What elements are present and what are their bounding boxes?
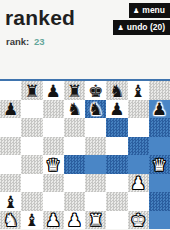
square-a4[interactable] bbox=[0, 155, 21, 174]
piece-white-p-g3[interactable]: ♟ bbox=[128, 174, 149, 193]
square-g7[interactable] bbox=[128, 100, 149, 119]
square-a5[interactable] bbox=[0, 137, 21, 156]
piece-white-k-g1[interactable]: ♚ bbox=[128, 211, 149, 230]
square-e2[interactable] bbox=[85, 192, 106, 211]
square-c8[interactable]: ♟ bbox=[43, 81, 64, 100]
undo-button[interactable]: ♟ undo (20) bbox=[113, 20, 170, 35]
undo-button-label: undo (20) bbox=[127, 23, 165, 32]
square-c5[interactable] bbox=[43, 137, 64, 156]
pawn-icon: ♟ bbox=[133, 7, 139, 14]
square-g6[interactable] bbox=[128, 118, 149, 137]
pawn-icon: ♟ bbox=[117, 24, 123, 31]
piece-black-r-b8[interactable]: ♜ bbox=[21, 82, 42, 101]
square-d3[interactable] bbox=[64, 174, 85, 193]
rank-label: rank: bbox=[6, 36, 29, 47]
square-g2[interactable] bbox=[128, 192, 149, 211]
piece-white-q-h4[interactable]: ♛ bbox=[149, 156, 170, 175]
square-a3[interactable] bbox=[0, 174, 21, 193]
square-a1[interactable]: ♞ bbox=[0, 211, 21, 230]
square-f7[interactable]: ♟ bbox=[106, 100, 127, 119]
square-b4[interactable] bbox=[21, 155, 42, 174]
square-c2[interactable] bbox=[43, 192, 64, 211]
chess-board: ♜♟♜♚♞♝♟♞♞♟♟♛♛♟♝♞♝♟♟♜♚ bbox=[0, 81, 170, 229]
square-b8[interactable]: ♜ bbox=[21, 81, 42, 100]
piece-black-p-c8[interactable]: ♟ bbox=[43, 82, 64, 101]
square-f6[interactable] bbox=[106, 118, 127, 137]
square-h7[interactable]: ♟ bbox=[149, 100, 170, 119]
rank-value: 23 bbox=[34, 36, 45, 47]
square-h1[interactable] bbox=[149, 211, 170, 230]
menu-button-label: menu bbox=[142, 6, 165, 15]
square-f8[interactable]: ♞ bbox=[106, 81, 127, 100]
square-c3[interactable] bbox=[43, 174, 64, 193]
square-c4[interactable]: ♛ bbox=[43, 155, 64, 174]
piece-black-p-h7[interactable]: ♟ bbox=[149, 100, 170, 119]
square-b1[interactable]: ♝ bbox=[21, 211, 42, 230]
square-h4[interactable]: ♛ bbox=[149, 155, 170, 174]
square-e1[interactable]: ♜ bbox=[85, 211, 106, 230]
square-d7[interactable]: ♞ bbox=[64, 100, 85, 119]
piece-black-b-a2[interactable]: ♝ bbox=[0, 193, 21, 212]
square-f5[interactable] bbox=[106, 137, 127, 156]
square-d6[interactable] bbox=[64, 118, 85, 137]
square-g5[interactable] bbox=[128, 137, 149, 156]
square-d4[interactable] bbox=[64, 155, 85, 174]
piece-black-b-g8[interactable]: ♝ bbox=[128, 82, 149, 101]
square-e6[interactable] bbox=[85, 118, 106, 137]
square-c7[interactable] bbox=[43, 100, 64, 119]
square-g8[interactable]: ♝ bbox=[128, 81, 149, 100]
menu-button[interactable]: ♟ menu bbox=[129, 3, 170, 18]
piece-white-r-e1[interactable]: ♜ bbox=[85, 211, 106, 230]
square-g3[interactable]: ♟ bbox=[128, 174, 149, 193]
square-h5[interactable] bbox=[149, 137, 170, 156]
square-f1[interactable] bbox=[106, 211, 127, 230]
piece-white-p-c1[interactable]: ♟ bbox=[43, 211, 64, 230]
square-d1[interactable]: ♟ bbox=[64, 211, 85, 230]
piece-white-n-a1[interactable]: ♞ bbox=[0, 211, 21, 230]
square-e7[interactable]: ♞ bbox=[85, 100, 106, 119]
square-d8[interactable]: ♜ bbox=[64, 81, 85, 100]
square-d2[interactable] bbox=[64, 192, 85, 211]
square-e3[interactable] bbox=[85, 174, 106, 193]
square-h6[interactable] bbox=[149, 118, 170, 137]
square-c1[interactable]: ♟ bbox=[43, 211, 64, 230]
page-title: ranked bbox=[5, 6, 75, 30]
piece-white-p-d1[interactable]: ♟ bbox=[64, 211, 85, 230]
square-g4[interactable] bbox=[128, 155, 149, 174]
piece-black-n-f8[interactable]: ♞ bbox=[106, 82, 127, 101]
square-c6[interactable] bbox=[43, 118, 64, 137]
square-f3[interactable] bbox=[106, 174, 127, 193]
board-top-border: ♜♟♜♚♞♝♟♞♞♟♟♛♛♟♝♞♝♟♟♜♚ bbox=[0, 79, 170, 229]
square-e5[interactable] bbox=[85, 137, 106, 156]
square-a7[interactable]: ♟ bbox=[0, 100, 21, 119]
square-a6[interactable] bbox=[0, 118, 21, 137]
square-h3[interactable] bbox=[149, 174, 170, 193]
piece-black-p-f7[interactable]: ♟ bbox=[106, 100, 127, 119]
piece-black-n-d7[interactable]: ♞ bbox=[64, 100, 85, 119]
rank-line: rank: 23 bbox=[6, 36, 44, 47]
square-b5[interactable] bbox=[21, 137, 42, 156]
square-b6[interactable] bbox=[21, 118, 42, 137]
square-g1[interactable]: ♚ bbox=[128, 211, 149, 230]
square-d5[interactable] bbox=[64, 137, 85, 156]
square-f4[interactable] bbox=[106, 155, 127, 174]
square-a2[interactable]: ♝ bbox=[0, 192, 21, 211]
piece-black-b-b1[interactable]: ♝ bbox=[21, 211, 42, 230]
piece-white-q-c4[interactable]: ♛ bbox=[43, 156, 64, 175]
square-h2[interactable] bbox=[149, 192, 170, 211]
piece-black-p-a7[interactable]: ♟ bbox=[0, 100, 21, 119]
square-b2[interactable] bbox=[21, 192, 42, 211]
square-a8[interactable] bbox=[0, 81, 21, 100]
piece-black-k-e8[interactable]: ♚ bbox=[85, 82, 106, 101]
square-e4[interactable] bbox=[85, 155, 106, 174]
square-h8[interactable] bbox=[149, 81, 170, 100]
piece-black-r-d8[interactable]: ♜ bbox=[64, 82, 85, 101]
square-e8[interactable]: ♚ bbox=[85, 81, 106, 100]
square-b7[interactable] bbox=[21, 100, 42, 119]
square-b3[interactable] bbox=[21, 174, 42, 193]
piece-black-n-e7[interactable]: ♞ bbox=[85, 100, 106, 119]
square-f2[interactable] bbox=[106, 192, 127, 211]
